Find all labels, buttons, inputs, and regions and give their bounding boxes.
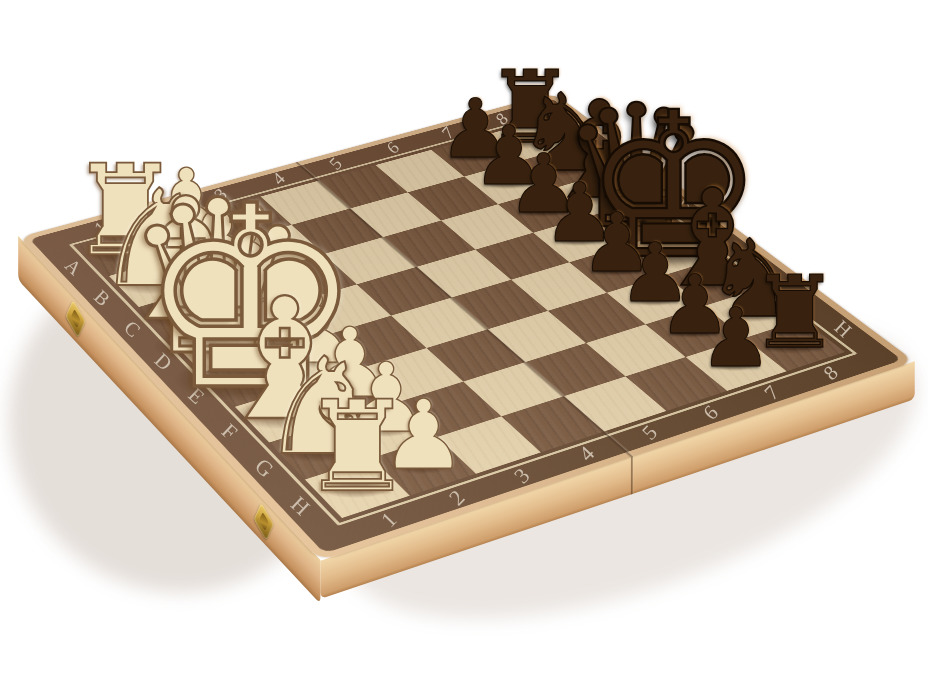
piece-black-pawn-h7[interactable]: ♟ xyxy=(699,297,772,379)
fold-seam-side xyxy=(630,456,633,495)
scene: 11AA22BB33CC44DD55EE66FF77GG88HH ♜♞♝♛♚♝♞… xyxy=(0,0,928,686)
piece-white-rook-h1[interactable]: ♜ xyxy=(301,385,413,510)
